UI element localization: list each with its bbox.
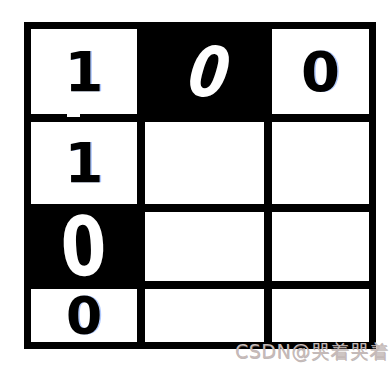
printed-digit: 1 bbox=[65, 44, 104, 100]
grid-cell-r2c1: 1 bbox=[31, 122, 137, 204]
printed-digit: 0 bbox=[66, 290, 102, 342]
csdn-watermark: CSDN@哭着哭着 bbox=[235, 339, 389, 365]
grid-cell-r4c3 bbox=[272, 289, 369, 342]
printed-digit: 1 bbox=[65, 135, 104, 191]
grid-cell-r1c3: 0 bbox=[272, 29, 369, 114]
grid-cell-r3c3 bbox=[272, 212, 369, 281]
grid-cell-r3c2 bbox=[145, 212, 264, 281]
grid-cell-r4c2 bbox=[145, 289, 264, 342]
grid-cell-r4c1: 0 bbox=[31, 289, 137, 342]
grid-cell-r1c2: 0 bbox=[145, 29, 264, 114]
grid-cell-r2c2 bbox=[145, 122, 264, 204]
white-notch-artifact bbox=[67, 109, 80, 117]
printed-digit: 0 bbox=[301, 44, 340, 100]
handwritten-digit: 0 bbox=[182, 35, 228, 108]
handwritten-digit: 0 bbox=[59, 204, 109, 288]
grid-cell-r1c1: 1 bbox=[31, 29, 137, 114]
puzzle-grid: 1 0 0 1 0 0 bbox=[24, 22, 376, 349]
grid-cell-r2c3 bbox=[272, 122, 369, 204]
grid-cell-r3c1: 0 bbox=[31, 212, 137, 281]
